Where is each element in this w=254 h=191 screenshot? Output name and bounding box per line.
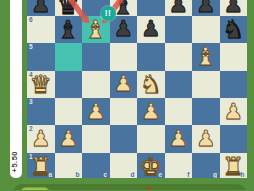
square-d5[interactable] bbox=[110, 43, 138, 70]
square-d3[interactable] bbox=[110, 98, 138, 125]
square-a2[interactable]: ♟2 bbox=[27, 125, 55, 152]
square-f4[interactable] bbox=[165, 71, 193, 98]
square-a6[interactable]: 6 bbox=[27, 16, 55, 43]
square-h3[interactable]: ♟ bbox=[220, 98, 248, 125]
piece-white-knight-e4[interactable]: ♞ bbox=[140, 72, 162, 97]
piece-white-bishop-g5[interactable]: ♝ bbox=[195, 44, 217, 69]
file-label-c: c bbox=[103, 172, 107, 178]
piece-black-pawn-a7[interactable]: ♟ bbox=[31, 0, 51, 16]
piece-white-pawn-c3[interactable]: ♟ bbox=[86, 101, 106, 123]
file-label-h: h bbox=[241, 172, 245, 178]
rank-label-6: 6 bbox=[29, 17, 33, 24]
square-b1[interactable]: b bbox=[55, 153, 83, 178]
brilliant-move-badge-icon: !! bbox=[101, 6, 116, 21]
square-h4[interactable] bbox=[220, 71, 248, 98]
piece-black-bishop-b6[interactable]: ♝ bbox=[57, 17, 79, 42]
square-a5[interactable]: 5 bbox=[27, 43, 55, 70]
game-screen: +5.50 ♟♛♝♟♟♟6♝♝♟♟♞5♝♛4♟♞3♟♟♟♟2♟♟♟♜1abcd♚… bbox=[0, 0, 254, 190]
piece-white-pawn-h3[interactable]: ♟ bbox=[223, 101, 243, 123]
square-h5[interactable] bbox=[220, 43, 248, 70]
file-label-f: f bbox=[187, 172, 189, 178]
square-d4[interactable]: ♟ bbox=[110, 71, 138, 98]
square-b4[interactable] bbox=[55, 71, 83, 98]
bottom-toolbar bbox=[13, 184, 246, 190]
square-d6[interactable]: ♟ bbox=[110, 16, 138, 43]
piece-black-pawn-h7[interactable]: ♟ bbox=[223, 0, 243, 16]
square-f1[interactable]: f bbox=[165, 153, 193, 178]
file-label-b: b bbox=[76, 172, 80, 178]
square-e5[interactable] bbox=[137, 43, 165, 70]
piece-black-knight-h6[interactable]: ♞ bbox=[222, 17, 244, 42]
toolbar-pill-button[interactable] bbox=[20, 187, 50, 190]
square-f5[interactable] bbox=[165, 43, 193, 70]
piece-black-pawn-d6[interactable]: ♟ bbox=[113, 18, 133, 40]
square-h6[interactable]: ♞ bbox=[220, 16, 248, 43]
piece-white-pawn-f2[interactable]: ♟ bbox=[168, 128, 188, 150]
square-e7[interactable] bbox=[137, 0, 165, 16]
piece-white-pawn-e3[interactable]: ♟ bbox=[141, 101, 161, 123]
square-a7[interactable]: ♟ bbox=[27, 0, 55, 16]
piece-white-pawn-d4[interactable]: ♟ bbox=[113, 73, 133, 95]
square-g2[interactable]: ♟ bbox=[192, 125, 220, 152]
file-label-e: e bbox=[158, 172, 162, 178]
square-g1[interactable]: g bbox=[192, 153, 220, 178]
square-a1[interactable]: ♜1a bbox=[27, 153, 55, 178]
square-f7[interactable]: ♟ bbox=[165, 0, 193, 16]
square-c4[interactable] bbox=[82, 71, 110, 98]
eval-score-label: +5.50 bbox=[10, 151, 22, 172]
piece-black-pawn-e6[interactable]: ♟ bbox=[141, 18, 161, 40]
square-d1[interactable]: d bbox=[110, 153, 138, 178]
file-label-d: d bbox=[131, 172, 135, 178]
rank-label-2: 2 bbox=[29, 126, 33, 133]
square-h1[interactable]: ♜h bbox=[220, 153, 248, 178]
square-c1[interactable]: c bbox=[82, 153, 110, 178]
square-c5[interactable] bbox=[82, 43, 110, 70]
app-background: { "game": "chess", "position": { "fen_vi… bbox=[0, 0, 254, 190]
square-e4[interactable]: ♞ bbox=[137, 71, 165, 98]
square-e6[interactable]: ♟ bbox=[137, 16, 165, 43]
square-f6[interactable] bbox=[165, 16, 193, 43]
toolbar-center-icon bbox=[147, 187, 151, 190]
chess-board[interactable]: ♟♛♝♟♟♟6♝♝♟♟♞5♝♛4♟♞3♟♟♟♟2♟♟♟♜1abcd♚efg♜h … bbox=[27, 0, 247, 178]
square-c3[interactable]: ♟ bbox=[82, 98, 110, 125]
square-f2[interactable]: ♟ bbox=[165, 125, 193, 152]
square-g5[interactable]: ♝ bbox=[192, 43, 220, 70]
piece-white-pawn-b2[interactable]: ♟ bbox=[58, 128, 78, 150]
file-label-g: g bbox=[213, 172, 217, 178]
square-e3[interactable]: ♟ bbox=[137, 98, 165, 125]
square-d2[interactable] bbox=[110, 125, 138, 152]
square-g6[interactable] bbox=[192, 16, 220, 43]
square-b2[interactable]: ♟ bbox=[55, 125, 83, 152]
square-a3[interactable]: 3 bbox=[27, 98, 55, 125]
square-f3[interactable] bbox=[165, 98, 193, 125]
square-g3[interactable] bbox=[192, 98, 220, 125]
piece-white-pawn-a2[interactable]: ♟ bbox=[31, 128, 51, 150]
square-c2[interactable] bbox=[82, 125, 110, 152]
square-e1[interactable]: ♚e bbox=[137, 153, 165, 178]
piece-black-pawn-g7[interactable]: ♟ bbox=[196, 0, 216, 16]
piece-white-pawn-g2[interactable]: ♟ bbox=[196, 128, 216, 150]
square-h7[interactable]: ♟ bbox=[220, 0, 248, 16]
piece-white-bishop-c6[interactable]: ♝ bbox=[85, 17, 107, 42]
square-b7[interactable]: ♛ bbox=[55, 0, 83, 16]
square-e2[interactable] bbox=[137, 125, 165, 152]
eval-bar: +5.50 bbox=[10, 0, 22, 178]
square-g7[interactable]: ♟ bbox=[192, 0, 220, 16]
square-b3[interactable] bbox=[55, 98, 83, 125]
file-label-a: a bbox=[48, 172, 52, 178]
rank-label-3: 3 bbox=[29, 99, 33, 106]
rank-label-1: 1 bbox=[29, 154, 33, 161]
square-b6[interactable]: ♝ bbox=[55, 16, 83, 43]
square-g4[interactable] bbox=[192, 71, 220, 98]
rank-label-5: 5 bbox=[29, 44, 33, 51]
square-h2[interactable] bbox=[220, 125, 248, 152]
piece-black-pawn-f7[interactable]: ♟ bbox=[168, 0, 188, 16]
square-b5[interactable] bbox=[55, 43, 83, 70]
square-a4[interactable]: ♛4 bbox=[27, 71, 55, 98]
rank-label-4: 4 bbox=[29, 72, 33, 79]
board-grid: ♟♛♝♟♟♟6♝♝♟♟♞5♝♛4♟♞3♟♟♟♟2♟♟♟♜1abcd♚efg♜h bbox=[27, 0, 247, 178]
brilliant-label: !! bbox=[105, 8, 112, 18]
red-circle-icon bbox=[29, 190, 38, 191]
